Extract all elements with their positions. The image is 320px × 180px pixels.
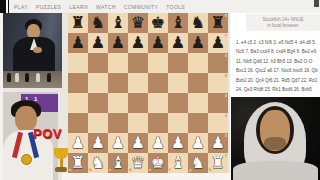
square-h6[interactable]: 6 (208, 53, 228, 73)
square-d3[interactable] (128, 113, 148, 133)
piece-white-pawn: ♟ (68, 133, 88, 153)
piece-white-bishop: ♝ (168, 153, 188, 173)
coord-rank-5: 5 (225, 74, 227, 78)
square-b2[interactable]: ♟ (88, 133, 108, 153)
square-b7[interactable]: ♟ (88, 33, 108, 53)
square-g3[interactable] (188, 113, 208, 133)
square-e5[interactable] (148, 73, 168, 93)
square-h5[interactable]: 5 (208, 73, 228, 93)
square-h8[interactable]: ♜8 (208, 13, 228, 33)
engine-location: in local browser (267, 23, 298, 29)
piece-black-rook: ♜ (68, 13, 88, 33)
video-frame: PLAY PUZZLES LEARN WATCH COMMUNITY TOOLS… (0, 0, 320, 180)
square-c4[interactable] (108, 93, 128, 113)
piece-black-pawn: ♟ (148, 33, 168, 53)
square-g2[interactable]: ♟ (188, 133, 208, 153)
square-b3[interactable] (88, 113, 108, 133)
move-line[interactable]: 11. Nb5 Qd8 12. h3 Bh5 13. Be2 O-O (236, 57, 318, 66)
square-f4[interactable] (168, 93, 188, 113)
square-a5[interactable] (68, 73, 88, 93)
square-h1[interactable]: ♜1h (208, 153, 228, 173)
chess-board[interactable]: ♜♞♝♛♚♝♞♜8♟♟♟♟♟♟♟♟76543♟♟♟♟♟♟♟♟2♜a♞b♝c♛d♚… (68, 13, 228, 173)
square-a6[interactable] (68, 53, 88, 73)
piece-black-pawn: ♟ (88, 33, 108, 53)
coord-file-b: b (89, 168, 91, 172)
square-b5[interactable] (88, 73, 108, 93)
square-f5[interactable] (168, 73, 188, 93)
move-line[interactable]: Bxb2 20. Qc4 Qf6 21. Rd5 Qd7 22. Rd1 (236, 76, 318, 85)
nav-puzzles[interactable]: PUZZLES (36, 4, 61, 10)
piece-white-pawn: ♟ (128, 133, 148, 153)
square-b4[interactable] (88, 93, 108, 113)
square-g8[interactable]: ♞ (188, 13, 208, 33)
square-e6[interactable] (148, 53, 168, 73)
piece-black-pawn: ♟ (188, 33, 208, 53)
square-b1[interactable]: ♞b (88, 153, 108, 173)
engine-status-box: Stockfish 14+ NNUE in local browser (246, 14, 320, 31)
square-d8[interactable]: ♛ (128, 13, 148, 33)
coord-rank-1: 1 (225, 154, 227, 158)
square-d7[interactable]: ♟ (128, 33, 148, 53)
square-f7[interactable]: ♟ (168, 33, 188, 53)
streamer-shoulders (233, 161, 318, 180)
move-line[interactable]: 24. Qe3 Rfd8 25. Rb1 Bxd6 26. Bxb5 (236, 85, 318, 94)
piece-white-pawn: ♟ (168, 133, 188, 153)
square-e1[interactable]: ♚e (148, 153, 168, 173)
move-line[interactable]: Nc6 7. Ba3 cxd4 8. cxd4 Bg4 9. Be2 e6 (236, 47, 318, 56)
square-f1[interactable]: ♝f (168, 153, 188, 173)
square-c7[interactable]: ♟ (108, 33, 128, 53)
square-g5[interactable] (188, 73, 208, 93)
piece-black-pawn: ♟ (168, 33, 188, 53)
square-f2[interactable]: ♟ (168, 133, 188, 153)
square-h4[interactable]: 4 (208, 93, 228, 113)
square-d2[interactable]: ♟ (128, 133, 148, 153)
coord-rank-6: 6 (225, 54, 227, 58)
coord-rank-2: 2 (225, 134, 227, 138)
player-hand (33, 47, 42, 53)
nav-corner-icon[interactable] (314, 0, 319, 7)
piece-white-pawn: ♟ (188, 133, 208, 153)
piece-black-pawn: ♟ (68, 33, 88, 53)
square-e2[interactable]: ♟ (148, 133, 168, 153)
square-f3[interactable] (168, 113, 188, 133)
square-a4[interactable] (68, 93, 88, 113)
piece-white-pawn: ♟ (148, 133, 168, 153)
piece-white-pawn: ♟ (88, 133, 108, 153)
piece-black-pawn: ♟ (128, 33, 148, 53)
square-b8[interactable]: ♞ (88, 13, 108, 33)
nav-watch[interactable]: WATCH (96, 4, 116, 10)
square-f6[interactable] (168, 53, 188, 73)
nav-community[interactable]: COMMUNITY (124, 4, 158, 10)
square-d1[interactable]: ♛d (128, 153, 148, 173)
square-h2[interactable]: ♟2 (208, 133, 228, 153)
nav-tools[interactable]: TOOLS (166, 4, 185, 10)
player-photo (3, 13, 62, 88)
square-g4[interactable] (188, 93, 208, 113)
square-g6[interactable] (188, 53, 208, 73)
square-g1[interactable]: ♞g (188, 153, 208, 173)
coord-file-d: d (129, 168, 131, 172)
square-b6[interactable] (88, 53, 108, 73)
square-a8[interactable]: ♜ (68, 13, 88, 33)
coord-file-e: e (149, 168, 151, 172)
piece-black-pawn: ♟ (108, 33, 128, 53)
square-c1[interactable]: ♝c (108, 153, 128, 173)
nav-play[interactable]: PLAY (14, 4, 28, 10)
square-c6[interactable] (108, 53, 128, 73)
coord-file-f: f (169, 168, 170, 172)
coord-rank-4: 4 (225, 94, 227, 98)
square-h3[interactable]: 3 (208, 113, 228, 133)
move-list[interactable]: 1. e4 c5 2. c3 Nf6 3. e5 Nd5 4. d4 d6 5.… (236, 38, 318, 94)
piece-black-queen: ♛ (128, 13, 148, 33)
coord-file-h: h (209, 168, 211, 172)
piece-white-pawn: ♟ (108, 133, 128, 153)
coord-file-a: a (69, 168, 71, 172)
square-c5[interactable] (108, 73, 128, 93)
board-footer-strip (62, 173, 230, 180)
square-a7[interactable]: ♟ (68, 33, 88, 53)
square-g7[interactable]: ♟ (188, 33, 208, 53)
square-e3[interactable] (148, 113, 168, 133)
move-line[interactable]: Bxc2 16. Qxc2 a6 17. Nxc6 bxc6 18. Qb3 (236, 66, 318, 75)
square-a2[interactable]: ♟ (68, 133, 88, 153)
square-e8[interactable]: ♚ (148, 13, 168, 33)
square-c8[interactable]: ♝ (108, 13, 128, 33)
square-d6[interactable] (128, 53, 148, 73)
piece-black-knight: ♞ (188, 13, 208, 33)
square-d5[interactable] (128, 73, 148, 93)
site-navbar: PLAY PUZZLES LEARN WATCH COMMUNITY TOOLS (0, 0, 320, 14)
piece-black-bishop: ♝ (168, 13, 188, 33)
square-f8[interactable]: ♝ (168, 13, 188, 33)
square-e4[interactable] (148, 93, 168, 113)
square-h7[interactable]: ♟7 (208, 33, 228, 53)
coord-file-g: g (189, 168, 191, 172)
streamer-beard (264, 137, 286, 150)
video-letterbox-edge (0, 0, 9, 13)
square-e7[interactable]: ♟ (148, 33, 168, 53)
nav-learn[interactable]: LEARN (69, 4, 88, 10)
square-c2[interactable]: ♟ (108, 133, 128, 153)
square-a3[interactable] (68, 113, 88, 133)
coord-rank-7: 7 (225, 34, 227, 38)
move-line[interactable]: 1. e4 c5 2. c3 Nf6 3. e5 Nd5 4. d4 d6 5. (236, 38, 318, 47)
pov-caption: POV (33, 126, 62, 141)
piece-black-bishop: ♝ (108, 13, 128, 33)
coord-rank-8: 8 (225, 14, 227, 18)
streamer-webcam (231, 97, 320, 180)
coord-rank-3: 3 (225, 114, 227, 118)
square-c3[interactable] (108, 113, 128, 133)
piece-black-knight: ♞ (88, 13, 108, 33)
photo-chessboard (3, 71, 62, 88)
piece-black-king: ♚ (148, 13, 168, 33)
square-d4[interactable] (128, 93, 148, 113)
square-a1[interactable]: ♜a (68, 153, 88, 173)
coord-file-c: c (109, 168, 111, 172)
trophy-icon (54, 148, 68, 172)
medal (21, 154, 32, 165)
